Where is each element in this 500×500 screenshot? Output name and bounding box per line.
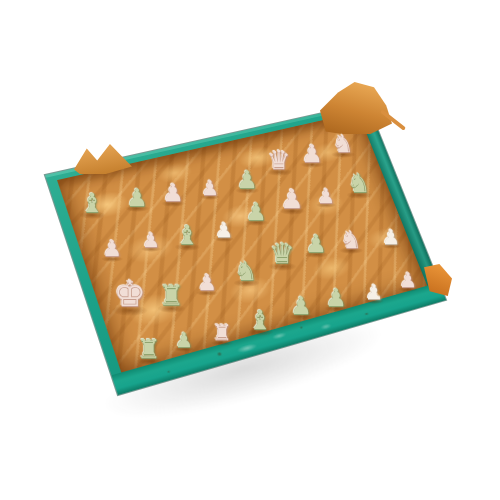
bishop-glyph-icon: ♝ — [175, 222, 198, 248]
chess-piece-pink-pawn: ♟ — [142, 230, 160, 250]
chess-piece-green-pawn: ♟ — [325, 286, 347, 310]
pawn-glyph-icon: ♟ — [245, 200, 267, 224]
chess-piece-pink-knight: ♞ — [332, 132, 354, 156]
pawn-glyph-icon: ♟ — [201, 178, 219, 198]
chess-piece-green-pawn: ♟ — [305, 232, 327, 256]
chess-piece-green-knight: ♞ — [234, 258, 257, 284]
bishop-glyph-icon: ♝ — [80, 190, 103, 216]
queen-glyph-icon: ♛ — [267, 147, 290, 173]
chess-piece-pink-knight: ♞ — [340, 228, 362, 252]
chess-piece-green-bishop: ♝ — [80, 190, 103, 216]
chess-piece-white-pawn: ♟ — [215, 220, 233, 240]
pawn-glyph-icon: ♟ — [102, 238, 122, 260]
pawn-glyph-icon: ♟ — [382, 227, 400, 247]
chess-piece-pink-pawn: ♟ — [102, 238, 122, 260]
chess-piece-pink-king: ♚ — [114, 276, 146, 312]
knight-glyph-icon: ♞ — [234, 258, 257, 284]
pawn-glyph-icon: ♟ — [399, 270, 417, 290]
chess-piece-green-bishop: ♝ — [175, 222, 198, 248]
knight-glyph-icon: ♞ — [340, 228, 362, 252]
chess-piece-pink-rook: ♜ — [212, 322, 232, 344]
rook-glyph-icon: ♜ — [137, 336, 160, 362]
chess-piece-green-rook: ♜ — [137, 336, 160, 362]
knight-glyph-icon: ♞ — [332, 132, 354, 156]
chess-piece-pink-pawn: ♟ — [201, 178, 219, 198]
pawn-glyph-icon: ♟ — [301, 142, 323, 166]
chess-piece-white-pawn: ♟ — [382, 227, 400, 247]
chess-piece-green-knight: ♞ — [347, 170, 370, 196]
bishop-glyph-icon: ♝ — [248, 307, 271, 333]
rook-glyph-icon: ♜ — [158, 282, 183, 310]
chess-piece-white-pawn: ♟ — [365, 282, 383, 302]
pawn-glyph-icon: ♟ — [236, 168, 258, 192]
chess-piece-green-pawn: ♟ — [175, 330, 193, 350]
pawn-glyph-icon: ♟ — [126, 186, 148, 210]
chess-piece-pink-pawn: ♟ — [162, 181, 184, 205]
pawn-glyph-icon: ♟ — [305, 232, 327, 256]
chess-piece-pink-pawn: ♟ — [301, 142, 323, 166]
chess-piece-green-pawn: ♟ — [236, 168, 258, 192]
chess-piece-green-rook: ♜ — [158, 282, 183, 310]
queen-glyph-icon: ♛ — [269, 240, 294, 268]
pawn-glyph-icon: ♟ — [280, 186, 303, 212]
chess-piece-green-pawn: ♟ — [126, 186, 148, 210]
pieces-layer: ♝♟♟♟♟♛♟♞♟♟♝♟♟♟♟♞♚♜♟♞♛♟♞♟♜♟♜♝♟♟♟♟ — [0, 0, 500, 500]
rook-glyph-icon: ♜ — [212, 322, 232, 344]
chess-piece-green-pawn: ♟ — [290, 294, 312, 318]
pawn-glyph-icon: ♟ — [142, 230, 160, 250]
pawn-glyph-icon: ♟ — [215, 220, 233, 240]
chess-piece-pink-queen: ♛ — [267, 147, 290, 173]
king-glyph-icon: ♚ — [114, 276, 146, 312]
chess-piece-green-queen: ♛ — [269, 240, 294, 268]
chess-piece-green-bishop: ♝ — [248, 307, 271, 333]
knight-glyph-icon: ♞ — [347, 170, 370, 196]
pawn-glyph-icon: ♟ — [290, 294, 312, 318]
chess-piece-pink-pawn: ♟ — [399, 270, 417, 290]
amber-inclusion-patch — [376, 290, 382, 297]
chess-piece-pink-pawn: ♟ — [197, 272, 217, 294]
pawn-glyph-icon: ♟ — [175, 330, 193, 350]
pawn-glyph-icon: ♟ — [325, 286, 347, 310]
chess-piece-pink-pawn: ♟ — [280, 186, 303, 212]
pawn-glyph-icon: ♟ — [317, 186, 335, 206]
chess-piece-pink-pawn: ♟ — [317, 186, 335, 206]
pawn-glyph-icon: ♟ — [197, 272, 217, 294]
chess-piece-green-pawn: ♟ — [245, 200, 267, 224]
photo-scene: ♝♟♟♟♟♛♟♞♟♟♝♟♟♟♟♞♚♜♟♞♛♟♞♟♜♟♜♝♟♟♟♟ — [0, 0, 500, 500]
pawn-glyph-icon: ♟ — [162, 181, 184, 205]
